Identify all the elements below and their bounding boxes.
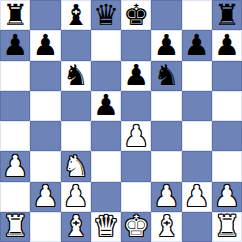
square-g1[interactable] [182, 212, 212, 242]
piece-black-rook: ♜ [214, 1, 240, 30]
square-g4[interactable] [182, 121, 212, 151]
piece-white-pawn: ♟ [2, 152, 28, 181]
piece-black-pawn: ♟ [2, 31, 28, 60]
square-h1[interactable]: ♜ [212, 212, 242, 242]
piece-white-pawn: ♟ [214, 182, 240, 211]
square-d6[interactable] [91, 61, 121, 91]
square-g3[interactable] [182, 151, 212, 181]
piece-black-pawn: ♟ [93, 91, 119, 120]
square-e1[interactable]: ♚ [121, 212, 151, 242]
square-h4[interactable] [212, 121, 242, 151]
square-f4[interactable] [151, 121, 181, 151]
square-g7[interactable]: ♟ [182, 30, 212, 60]
square-a2[interactable] [0, 182, 30, 212]
piece-white-bishop: ♝ [153, 212, 179, 241]
square-b4[interactable] [30, 121, 60, 151]
piece-white-rook: ♜ [214, 212, 240, 241]
square-c4[interactable] [61, 121, 91, 151]
piece-white-rook: ♜ [2, 212, 28, 241]
piece-black-king: ♚ [123, 1, 149, 30]
square-e8[interactable]: ♚ [121, 0, 151, 30]
square-d2[interactable] [91, 182, 121, 212]
square-h2[interactable]: ♟ [212, 182, 242, 212]
square-b3[interactable] [30, 151, 60, 181]
piece-black-pawn: ♟ [184, 31, 210, 60]
piece-white-pawn: ♟ [184, 182, 210, 211]
square-h6[interactable] [212, 61, 242, 91]
piece-white-pawn: ♟ [63, 182, 89, 211]
chess-board: ♜♝♛♚♜♟♟♟♟♟♞♟♞♟♟♟♞♟♟♟♟♟♜♝♛♚♝♜ [0, 0, 242, 242]
square-c5[interactable] [61, 91, 91, 121]
square-e6[interactable]: ♟ [121, 61, 151, 91]
square-b2[interactable]: ♟ [30, 182, 60, 212]
piece-black-queen: ♛ [93, 1, 119, 30]
square-a4[interactable] [0, 121, 30, 151]
square-a3[interactable]: ♟ [0, 151, 30, 181]
square-c6[interactable]: ♞ [61, 61, 91, 91]
piece-white-king: ♚ [123, 212, 149, 241]
square-e2[interactable] [121, 182, 151, 212]
square-a5[interactable] [0, 91, 30, 121]
piece-white-knight: ♞ [63, 152, 89, 181]
square-g5[interactable] [182, 91, 212, 121]
square-b1[interactable] [30, 212, 60, 242]
piece-white-queen: ♛ [93, 212, 119, 241]
piece-black-pawn: ♟ [153, 31, 179, 60]
square-f5[interactable] [151, 91, 181, 121]
square-a8[interactable]: ♜ [0, 0, 30, 30]
piece-black-bishop: ♝ [63, 1, 89, 30]
piece-white-pawn: ♟ [123, 122, 149, 151]
square-e7[interactable] [121, 30, 151, 60]
square-c3[interactable]: ♞ [61, 151, 91, 181]
square-h3[interactable] [212, 151, 242, 181]
square-d3[interactable] [91, 151, 121, 181]
square-f1[interactable]: ♝ [151, 212, 181, 242]
square-h5[interactable] [212, 91, 242, 121]
square-g6[interactable] [182, 61, 212, 91]
piece-black-rook: ♜ [2, 1, 28, 30]
square-f8[interactable] [151, 0, 181, 30]
piece-black-knight: ♞ [153, 61, 179, 90]
square-f6[interactable]: ♞ [151, 61, 181, 91]
square-b7[interactable]: ♟ [30, 30, 60, 60]
square-d8[interactable]: ♛ [91, 0, 121, 30]
square-d1[interactable]: ♛ [91, 212, 121, 242]
square-g2[interactable]: ♟ [182, 182, 212, 212]
square-f3[interactable] [151, 151, 181, 181]
square-e4[interactable]: ♟ [121, 121, 151, 151]
piece-black-pawn: ♟ [123, 61, 149, 90]
piece-black-pawn: ♟ [214, 31, 240, 60]
piece-white-bishop: ♝ [63, 212, 89, 241]
square-f2[interactable]: ♟ [151, 182, 181, 212]
square-c2[interactable]: ♟ [61, 182, 91, 212]
square-h7[interactable]: ♟ [212, 30, 242, 60]
square-f7[interactable]: ♟ [151, 30, 181, 60]
square-d5[interactable]: ♟ [91, 91, 121, 121]
square-a7[interactable]: ♟ [0, 30, 30, 60]
square-c7[interactable] [61, 30, 91, 60]
square-d4[interactable] [91, 121, 121, 151]
piece-black-pawn: ♟ [32, 31, 58, 60]
square-a1[interactable]: ♜ [0, 212, 30, 242]
square-b8[interactable] [30, 0, 60, 30]
square-a6[interactable] [0, 61, 30, 91]
square-c1[interactable]: ♝ [61, 212, 91, 242]
square-e5[interactable] [121, 91, 151, 121]
square-e3[interactable] [121, 151, 151, 181]
piece-white-pawn: ♟ [153, 182, 179, 211]
square-b5[interactable] [30, 91, 60, 121]
square-g8[interactable] [182, 0, 212, 30]
piece-white-pawn: ♟ [32, 182, 58, 211]
piece-black-knight: ♞ [63, 61, 89, 90]
square-c8[interactable]: ♝ [61, 0, 91, 30]
square-h8[interactable]: ♜ [212, 0, 242, 30]
square-b6[interactable] [30, 61, 60, 91]
square-d7[interactable] [91, 30, 121, 60]
